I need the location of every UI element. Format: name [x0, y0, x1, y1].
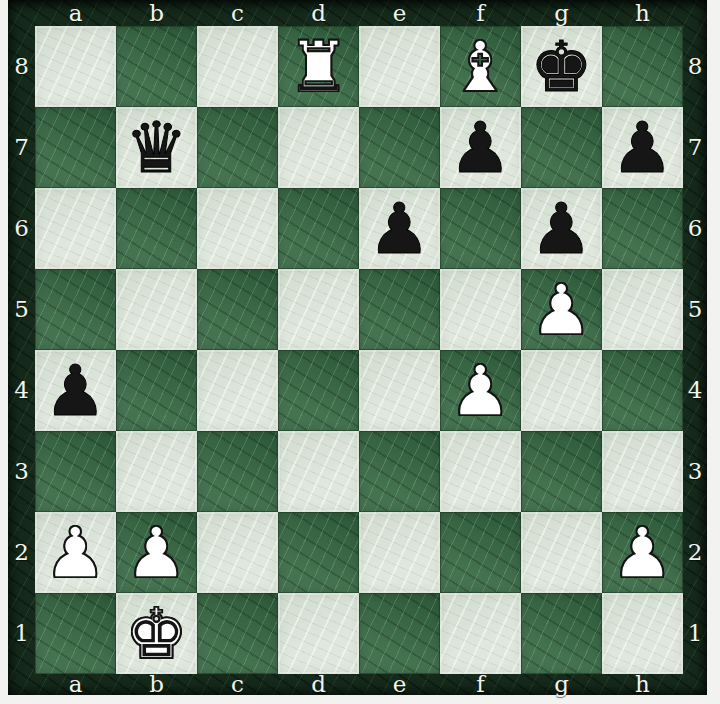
- rank-label-left-3: 3: [8, 431, 35, 512]
- square-g6[interactable]: ♟: [521, 188, 602, 269]
- square-d1[interactable]: [278, 593, 359, 674]
- piece-white-pawn[interactable]: ♟: [44, 518, 107, 588]
- piece-white-bishop[interactable]: ♝: [449, 32, 512, 102]
- square-h2[interactable]: ♟: [602, 512, 683, 593]
- file-label-bottom-c: c: [197, 674, 278, 695]
- piece-black-pawn[interactable]: ♟: [368, 194, 431, 264]
- square-a4[interactable]: ♟: [35, 350, 116, 431]
- piece-black-king[interactable]: ♚: [530, 32, 593, 102]
- rank-label-right-2: 2: [683, 512, 707, 593]
- file-label-top-b: b: [116, 0, 197, 26]
- chess-board: abcdefgh8♜♝♚87♛♟♟76♟♟65♟54♟♟4332♟♟♟21♚1a…: [8, 0, 707, 695]
- file-label-bottom-e: e: [359, 674, 440, 695]
- frame-corner: [8, 0, 35, 26]
- square-b6[interactable]: [116, 188, 197, 269]
- square-a5[interactable]: [35, 269, 116, 350]
- rank-label-right-6: 6: [683, 188, 707, 269]
- square-g3[interactable]: [521, 431, 602, 512]
- square-c5[interactable]: [197, 269, 278, 350]
- file-label-top-f: f: [440, 0, 521, 26]
- square-g1[interactable]: [521, 593, 602, 674]
- square-f8[interactable]: ♝: [440, 26, 521, 107]
- piece-white-pawn[interactable]: ♟: [530, 275, 593, 345]
- square-f5[interactable]: [440, 269, 521, 350]
- square-h4[interactable]: [602, 350, 683, 431]
- file-label-bottom-g: g: [521, 674, 602, 695]
- file-label-bottom-d: d: [278, 674, 359, 695]
- square-b2[interactable]: ♟: [116, 512, 197, 593]
- square-a3[interactable]: [35, 431, 116, 512]
- square-e6[interactable]: ♟: [359, 188, 440, 269]
- rank-label-left-8: 8: [8, 26, 35, 107]
- rank-label-left-1: 1: [8, 593, 35, 674]
- square-e8[interactable]: [359, 26, 440, 107]
- file-label-top-e: e: [359, 0, 440, 26]
- square-h8[interactable]: [602, 26, 683, 107]
- rank-label-left-7: 7: [8, 107, 35, 188]
- square-g8[interactable]: ♚: [521, 26, 602, 107]
- square-e4[interactable]: [359, 350, 440, 431]
- square-d8[interactable]: ♜: [278, 26, 359, 107]
- square-d7[interactable]: [278, 107, 359, 188]
- square-c4[interactable]: [197, 350, 278, 431]
- rank-label-right-3: 3: [683, 431, 707, 512]
- square-b8[interactable]: [116, 26, 197, 107]
- square-c1[interactable]: [197, 593, 278, 674]
- piece-white-king[interactable]: ♚: [125, 599, 188, 669]
- square-a7[interactable]: [35, 107, 116, 188]
- square-c7[interactable]: [197, 107, 278, 188]
- square-a8[interactable]: [35, 26, 116, 107]
- square-h1[interactable]: [602, 593, 683, 674]
- square-f1[interactable]: [440, 593, 521, 674]
- rank-label-left-6: 6: [8, 188, 35, 269]
- piece-white-pawn[interactable]: ♟: [125, 518, 188, 588]
- square-f2[interactable]: [440, 512, 521, 593]
- piece-black-pawn[interactable]: ♟: [449, 113, 512, 183]
- rank-label-right-4: 4: [683, 350, 707, 431]
- rank-label-right-7: 7: [683, 107, 707, 188]
- piece-black-pawn[interactable]: ♟: [44, 356, 107, 426]
- rank-label-left-2: 2: [8, 512, 35, 593]
- piece-white-pawn[interactable]: ♟: [611, 518, 674, 588]
- square-b1[interactable]: ♚: [116, 593, 197, 674]
- square-g4[interactable]: [521, 350, 602, 431]
- square-d6[interactable]: [278, 188, 359, 269]
- square-e3[interactable]: [359, 431, 440, 512]
- square-d2[interactable]: [278, 512, 359, 593]
- file-label-top-a: a: [35, 0, 116, 26]
- square-a2[interactable]: ♟: [35, 512, 116, 593]
- frame-corner: [683, 674, 707, 695]
- file-label-top-h: h: [602, 0, 683, 26]
- frame-corner: [8, 674, 35, 695]
- file-label-bottom-h: h: [602, 674, 683, 695]
- square-e2[interactable]: [359, 512, 440, 593]
- rank-label-left-4: 4: [8, 350, 35, 431]
- file-label-top-g: g: [521, 0, 602, 26]
- square-e7[interactable]: [359, 107, 440, 188]
- square-f4[interactable]: ♟: [440, 350, 521, 431]
- file-label-bottom-a: a: [35, 674, 116, 695]
- file-label-top-d: d: [278, 0, 359, 26]
- square-c6[interactable]: [197, 188, 278, 269]
- piece-black-pawn[interactable]: ♟: [530, 194, 593, 264]
- square-h6[interactable]: [602, 188, 683, 269]
- square-f7[interactable]: ♟: [440, 107, 521, 188]
- piece-white-pawn[interactable]: ♟: [449, 356, 512, 426]
- piece-black-queen[interactable]: ♛: [125, 113, 188, 183]
- square-a1[interactable]: [35, 593, 116, 674]
- square-g2[interactable]: [521, 512, 602, 593]
- square-c2[interactable]: [197, 512, 278, 593]
- square-g7[interactable]: [521, 107, 602, 188]
- square-d3[interactable]: [278, 431, 359, 512]
- rank-label-right-5: 5: [683, 269, 707, 350]
- square-b7[interactable]: ♛: [116, 107, 197, 188]
- square-e1[interactable]: [359, 593, 440, 674]
- piece-white-rook[interactable]: ♜: [287, 32, 350, 102]
- square-e5[interactable]: [359, 269, 440, 350]
- square-d4[interactable]: [278, 350, 359, 431]
- square-c3[interactable]: [197, 431, 278, 512]
- rank-label-right-1: 1: [683, 593, 707, 674]
- square-h7[interactable]: ♟: [602, 107, 683, 188]
- file-label-bottom-b: b: [116, 674, 197, 695]
- square-b3[interactable]: [116, 431, 197, 512]
- square-b4[interactable]: [116, 350, 197, 431]
- square-c8[interactable]: [197, 26, 278, 107]
- square-f3[interactable]: [440, 431, 521, 512]
- square-h3[interactable]: [602, 431, 683, 512]
- square-f6[interactable]: [440, 188, 521, 269]
- square-a6[interactable]: [35, 188, 116, 269]
- square-b5[interactable]: [116, 269, 197, 350]
- rank-label-left-5: 5: [8, 269, 35, 350]
- square-h5[interactable]: [602, 269, 683, 350]
- file-label-top-c: c: [197, 0, 278, 26]
- frame-corner: [683, 0, 707, 26]
- file-label-bottom-f: f: [440, 674, 521, 695]
- square-g5[interactable]: ♟: [521, 269, 602, 350]
- piece-black-pawn[interactable]: ♟: [611, 113, 674, 183]
- rank-label-right-8: 8: [683, 26, 707, 107]
- page-background: abcdefgh8♜♝♚87♛♟♟76♟♟65♟54♟♟4332♟♟♟21♚1a…: [0, 0, 720, 704]
- square-d5[interactable]: [278, 269, 359, 350]
